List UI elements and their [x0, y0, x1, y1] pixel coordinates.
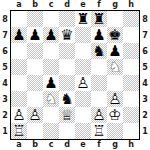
square-h5[interactable]: [123, 59, 139, 75]
rank-labels-left: 87654321: [0, 11, 10, 139]
file-label: b: [27, 0, 43, 10]
rank-label: 3: [0, 91, 10, 107]
piece-black-knight: ♞: [59, 91, 75, 107]
file-label: e: [75, 140, 91, 150]
square-g8[interactable]: [107, 11, 123, 27]
square-g6[interactable]: ♟: [107, 43, 123, 59]
file-label: c: [43, 140, 59, 150]
file-label: d: [59, 0, 75, 10]
piece-outline: ♕: [59, 107, 75, 123]
piece-black-knight: ♞: [91, 43, 107, 59]
square-d3[interactable]: ♞: [59, 91, 75, 107]
square-a6[interactable]: [11, 43, 27, 59]
piece-white-pawn: ♟♙: [27, 107, 43, 123]
square-a2[interactable]: ♟♙: [11, 107, 27, 123]
square-b3[interactable]: [27, 91, 43, 107]
file-label: h: [123, 0, 139, 10]
piece-white-knight: ♞♘: [43, 91, 59, 107]
square-c7[interactable]: ♟: [43, 27, 59, 43]
square-f7[interactable]: ♟: [91, 27, 107, 43]
chess-diagram: abcdefgh 87654321 ♜♜♟♟♟♛♟♚♞♟♞♘♟♟♙♞♘♞♟♙♟♙…: [0, 0, 150, 150]
file-label: g: [107, 140, 123, 150]
piece-white-rook: ♜♖: [11, 123, 27, 139]
square-c2[interactable]: [43, 107, 59, 123]
piece-white-king: ♚♔: [107, 107, 123, 123]
piece-black-rook: ♜: [91, 11, 107, 27]
rank-label: 6: [0, 43, 10, 59]
rank-label: 8: [140, 11, 150, 27]
square-b4[interactable]: [27, 75, 43, 91]
file-label: f: [91, 0, 107, 10]
piece-black-pawn: ♟: [107, 43, 123, 59]
file-label: a: [11, 140, 27, 150]
file-label: g: [107, 0, 123, 10]
piece-outline: ♘: [107, 59, 123, 75]
square-h6[interactable]: [123, 43, 139, 59]
piece-black-pawn: ♟: [91, 27, 107, 43]
square-d6[interactable]: [59, 43, 75, 59]
square-a7[interactable]: ♟: [11, 27, 27, 43]
piece-black-queen: ♛: [59, 27, 75, 43]
square-d4[interactable]: [59, 75, 75, 91]
rank-label: 7: [0, 27, 10, 43]
piece-outline: ♖: [91, 123, 107, 139]
rank-labels-right: 87654321: [140, 11, 150, 139]
board: ♜♜♟♟♟♛♟♚♞♟♞♘♟♟♙♞♘♞♟♙♟♙♟♙♛♕♟♙♚♔♜♖♜♖: [10, 10, 140, 140]
square-e2[interactable]: [75, 107, 91, 123]
rank-label: 5: [0, 59, 10, 75]
square-c4[interactable]: ♟: [43, 75, 59, 91]
file-label: a: [11, 0, 27, 10]
square-c5[interactable]: [43, 59, 59, 75]
piece-white-knight: ♞♘: [107, 59, 123, 75]
square-f6[interactable]: ♞: [91, 43, 107, 59]
square-f4[interactable]: [91, 75, 107, 91]
piece-white-pawn: ♟♙: [11, 107, 27, 123]
rank-label: 1: [140, 123, 150, 139]
file-label: e: [75, 0, 91, 10]
square-b5[interactable]: [27, 59, 43, 75]
file-label: c: [43, 0, 59, 10]
square-a5[interactable]: [11, 59, 27, 75]
piece-outline: ♙: [27, 107, 43, 123]
square-g5[interactable]: ♞♘: [107, 59, 123, 75]
square-d1[interactable]: [59, 123, 75, 139]
square-g1[interactable]: [107, 123, 123, 139]
piece-white-queen: ♛♕: [59, 107, 75, 123]
square-b1[interactable]: [27, 123, 43, 139]
rank-label: 6: [140, 43, 150, 59]
square-h3[interactable]: [123, 91, 139, 107]
square-d5[interactable]: [59, 59, 75, 75]
piece-outline: ♔: [107, 107, 123, 123]
square-h7[interactable]: [123, 27, 139, 43]
square-e7[interactable]: [75, 27, 91, 43]
square-f1[interactable]: ♜♖: [91, 123, 107, 139]
square-g3[interactable]: ♟♙: [107, 91, 123, 107]
piece-outline: ♙: [11, 107, 27, 123]
rank-label: 4: [140, 75, 150, 91]
piece-outline: ♙: [107, 91, 123, 107]
rank-label: 5: [140, 59, 150, 75]
square-a1[interactable]: ♜♖: [11, 123, 27, 139]
square-e5[interactable]: [75, 59, 91, 75]
file-labels-top: abcdefgh: [11, 0, 139, 10]
piece-black-pawn: ♟: [43, 75, 59, 91]
square-e6[interactable]: [75, 43, 91, 59]
square-a8[interactable]: [11, 11, 27, 27]
piece-outline: ♙: [91, 107, 107, 123]
square-a3[interactable]: [11, 91, 27, 107]
file-label: b: [27, 140, 43, 150]
file-labels-bottom: abcdefgh: [11, 140, 139, 150]
square-d7[interactable]: ♛: [59, 27, 75, 43]
rank-label: 3: [140, 91, 150, 107]
rank-label: 4: [0, 75, 10, 91]
square-c8[interactable]: [43, 11, 59, 27]
square-c6[interactable]: [43, 43, 59, 59]
square-g2[interactable]: ♚♔: [107, 107, 123, 123]
rank-label: 1: [0, 123, 10, 139]
piece-white-pawn: ♟♙: [75, 75, 91, 91]
square-e1[interactable]: [75, 123, 91, 139]
square-g4[interactable]: [107, 75, 123, 91]
piece-white-pawn: ♟♙: [107, 91, 123, 107]
square-g7[interactable]: ♚: [107, 27, 123, 43]
file-label: d: [59, 140, 75, 150]
piece-outline: ♖: [11, 123, 27, 139]
rank-label: 2: [0, 107, 10, 123]
rank-label: 2: [140, 107, 150, 123]
square-e8[interactable]: ♜: [75, 11, 91, 27]
piece-black-pawn: ♟: [27, 27, 43, 43]
piece-black-pawn: ♟: [11, 27, 27, 43]
piece-white-pawn: ♟♙: [91, 107, 107, 123]
square-f3[interactable]: [91, 91, 107, 107]
file-label: h: [123, 140, 139, 150]
square-h2[interactable]: [123, 107, 139, 123]
square-d2[interactable]: ♛♕: [59, 107, 75, 123]
square-d8[interactable]: [59, 11, 75, 27]
square-c3[interactable]: ♞♘: [43, 91, 59, 107]
square-b7[interactable]: ♟: [27, 27, 43, 43]
square-c1[interactable]: [43, 123, 59, 139]
square-h1[interactable]: [123, 123, 139, 139]
square-f2[interactable]: ♟♙: [91, 107, 107, 123]
square-e3[interactable]: [75, 91, 91, 107]
rank-label: 7: [140, 27, 150, 43]
file-label: f: [91, 140, 107, 150]
piece-black-rook: ♜: [75, 11, 91, 27]
piece-black-king: ♚: [107, 27, 123, 43]
piece-outline: ♘: [43, 91, 59, 107]
square-b2[interactable]: ♟♙: [27, 107, 43, 123]
piece-white-rook: ♜♖: [91, 123, 107, 139]
square-b8[interactable]: [27, 11, 43, 27]
square-f5[interactable]: [91, 59, 107, 75]
square-b6[interactable]: [27, 43, 43, 59]
square-h8[interactable]: [123, 11, 139, 27]
piece-outline: ♙: [75, 75, 91, 91]
rank-label: 8: [0, 11, 10, 27]
piece-black-pawn: ♟: [43, 27, 59, 43]
square-f8[interactable]: ♜: [91, 11, 107, 27]
square-a4[interactable]: [11, 75, 27, 91]
square-h4[interactable]: [123, 75, 139, 91]
square-e4[interactable]: ♟♙: [75, 75, 91, 91]
